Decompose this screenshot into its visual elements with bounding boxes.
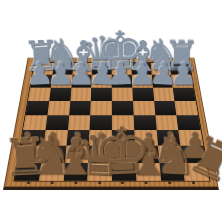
square-g4 bbox=[155, 115, 178, 130]
square-f4 bbox=[133, 115, 156, 130]
square-f5 bbox=[133, 101, 155, 115]
square-h4 bbox=[177, 115, 201, 130]
square-a7: ♟ bbox=[30, 75, 52, 88]
edge-dot-icon bbox=[74, 182, 77, 185]
square-e7: ♟ bbox=[112, 75, 132, 88]
square-f6 bbox=[132, 88, 154, 101]
square-g6 bbox=[153, 88, 175, 101]
square-a3 bbox=[20, 130, 45, 146]
square-b8: ♞ bbox=[52, 63, 73, 75]
square-g8: ♞ bbox=[150, 63, 171, 75]
square-e5 bbox=[112, 101, 134, 115]
square-c6 bbox=[70, 88, 91, 101]
square-e3 bbox=[112, 130, 135, 146]
square-b4 bbox=[45, 115, 68, 130]
square-f1: ♝ bbox=[136, 163, 161, 181]
square-a6 bbox=[28, 88, 51, 101]
square-h6 bbox=[173, 88, 196, 101]
edge-dot-icon bbox=[27, 182, 30, 185]
square-e4 bbox=[112, 115, 134, 130]
square-h3 bbox=[178, 130, 203, 146]
edge-dot-icon bbox=[192, 182, 195, 185]
square-d4 bbox=[90, 115, 112, 130]
square-h1: ♜ bbox=[183, 163, 210, 181]
square-d8: ♛ bbox=[92, 63, 112, 75]
square-b6 bbox=[49, 88, 71, 101]
square-e8: ♚ bbox=[112, 63, 132, 75]
square-d5 bbox=[90, 101, 112, 115]
square-d7: ♟ bbox=[91, 75, 111, 88]
square-e2: ♟ bbox=[112, 146, 136, 163]
square-b5 bbox=[47, 101, 70, 115]
square-g3 bbox=[156, 130, 180, 146]
square-d6 bbox=[91, 88, 112, 101]
square-b1: ♞ bbox=[39, 163, 65, 181]
square-a2: ♟ bbox=[18, 146, 44, 163]
board-squares: ♜♞♝♛♚♝♞♜♟♟♟♟♟♟♟♟♟♟♟♟♟♟♟♟♜♞♝♛♚♝♞♜ bbox=[13, 62, 210, 181]
square-c3 bbox=[66, 130, 90, 146]
square-c5 bbox=[69, 101, 91, 115]
square-d2: ♟ bbox=[88, 146, 112, 163]
square-c1: ♝ bbox=[63, 163, 88, 181]
square-h5 bbox=[175, 101, 198, 115]
square-h7: ♟ bbox=[171, 75, 193, 88]
edge-dot-icon bbox=[145, 182, 148, 185]
square-b2: ♟ bbox=[41, 146, 66, 163]
square-d1: ♛ bbox=[88, 163, 112, 181]
square-f8: ♝ bbox=[131, 63, 151, 75]
square-f2: ♟ bbox=[135, 146, 159, 163]
square-c7: ♟ bbox=[71, 75, 92, 88]
square-a4 bbox=[23, 115, 47, 130]
square-e6 bbox=[112, 88, 133, 101]
square-a8: ♜ bbox=[32, 63, 53, 75]
square-g7: ♟ bbox=[151, 75, 172, 88]
square-g1: ♞ bbox=[159, 163, 185, 181]
chessboard: ♜♞♝♛♚♝♞♜♟♟♟♟♟♟♟♟♟♟♟♟♟♟♟♟♜♞♝♛♚♝♞♜ bbox=[3, 58, 219, 190]
square-a1: ♜ bbox=[15, 163, 42, 181]
piece-white-pawn: ♟ bbox=[12, 129, 46, 163]
square-d3 bbox=[89, 130, 112, 146]
square-b3 bbox=[43, 130, 67, 146]
square-c2: ♟ bbox=[65, 146, 89, 163]
square-c4 bbox=[68, 115, 91, 130]
edge-dot-icon bbox=[50, 182, 53, 185]
square-c8: ♝ bbox=[72, 63, 92, 75]
square-h2: ♟ bbox=[181, 146, 207, 163]
board-scene: ♜♞♝♛♚♝♞♜♟♟♟♟♟♟♟♟♟♟♟♟♟♟♟♟♜♞♝♛♚♝♞♜ bbox=[0, 0, 222, 222]
square-h8: ♜ bbox=[170, 63, 191, 75]
edge-dot-icon bbox=[121, 182, 124, 185]
photo-frame: ♜♞♝♛♚♝♞♜♟♟♟♟♟♟♟♟♟♟♟♟♟♟♟♟♜♞♝♛♚♝♞♜ bbox=[0, 0, 222, 222]
square-a5 bbox=[26, 101, 49, 115]
square-f7: ♟ bbox=[132, 75, 153, 88]
square-f3 bbox=[134, 130, 158, 146]
square-b7: ♟ bbox=[51, 75, 72, 88]
edge-dot-icon bbox=[168, 182, 171, 185]
square-g5 bbox=[154, 101, 177, 115]
square-e1: ♚ bbox=[112, 163, 136, 181]
square-g2: ♟ bbox=[158, 146, 183, 163]
edge-dot-icon bbox=[98, 182, 101, 185]
